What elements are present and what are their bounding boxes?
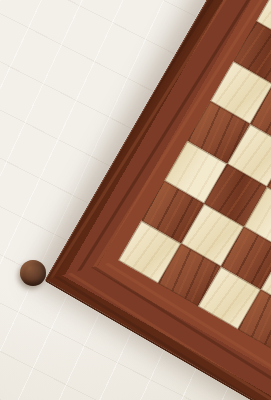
chess-board (44, 0, 271, 400)
photo-backdrop (0, 0, 271, 400)
corner-foot (20, 260, 46, 286)
